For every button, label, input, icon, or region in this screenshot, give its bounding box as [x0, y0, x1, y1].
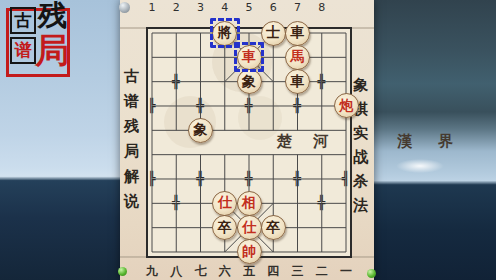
piece-車-black[interactable]: 車: [285, 69, 310, 94]
piece-仕-red[interactable]: 仕: [237, 215, 262, 240]
file-label-top: 7: [290, 1, 306, 14]
file-label-top: 5: [241, 1, 257, 14]
right-caption-char: 象: [352, 73, 369, 97]
seal-char-ju: 局: [35, 32, 69, 69]
file-label-top: 2: [168, 1, 184, 14]
piece-象-black[interactable]: 象: [188, 118, 213, 143]
point-marker: ╬: [169, 75, 183, 89]
seal-char-pu-text: 谱: [15, 42, 32, 59]
point-marker: ╬: [169, 196, 183, 210]
piece-馬-red[interactable]: 馬: [285, 45, 310, 70]
piece-車-black[interactable]: 車: [285, 21, 310, 46]
seal-char-pu: 谱: [10, 37, 36, 64]
right-caption: 象棋实战杀法: [352, 73, 369, 217]
point-marker: ╬: [315, 75, 329, 89]
right-caption-char: 战: [352, 145, 369, 169]
xiangqi-board-panel: ╬╬╠╬╬╬╣╠╬╬╬╣╬╬ 楚河 漢界 12345678 九八七六五四三二一 …: [120, 0, 374, 280]
video-frame: 古 谱 残 局 ╬╬╠╬╬╬╣╠╬╬╬╣╬╬ 楚河 漢界 12345678 九八…: [0, 0, 496, 280]
point-marker: ╬: [291, 99, 305, 113]
piece-炮-red[interactable]: 炮: [334, 93, 359, 118]
seal-char-can: 残: [38, 0, 67, 32]
file-label-bottom: 二: [314, 263, 330, 280]
file-label-bottom: 五: [241, 263, 257, 280]
point-marker: ╠: [145, 99, 159, 113]
left-caption-char: 残: [123, 114, 140, 139]
left-caption-char: 解: [123, 164, 140, 189]
file-label-top: 1: [144, 1, 160, 14]
piece-仕-red[interactable]: 仕: [212, 191, 237, 216]
file-label-top: 8: [314, 1, 330, 14]
seal-char-gu: 古: [10, 7, 36, 34]
point-marker: ╣: [339, 172, 353, 186]
file-label-top: 3: [193, 1, 209, 14]
point-marker: ╬: [315, 196, 329, 210]
piece-象-black[interactable]: 象: [237, 69, 262, 94]
river-label-chu-he: 楚河: [277, 132, 349, 151]
right-caption-char: 法: [352, 193, 369, 217]
file-label-bottom: 九: [144, 263, 160, 280]
selected-point-highlight: [234, 42, 264, 72]
file-label-bottom: 八: [168, 263, 184, 280]
point-marker: ╬: [194, 99, 208, 113]
file-label-bottom: 四: [265, 263, 281, 280]
river-label-han-jie: 漢界: [397, 132, 479, 151]
point-marker: ╬: [242, 99, 256, 113]
file-label-bottom: 七: [193, 263, 209, 280]
file-label-bottom: 六: [217, 263, 233, 280]
left-caption-char: 古: [123, 64, 140, 89]
point-marker: ╬: [242, 172, 256, 186]
file-label-top: 6: [265, 1, 281, 14]
channel-seal-logo: 古 谱 残 局: [5, 4, 91, 86]
left-caption: 古谱残局解说: [123, 64, 140, 214]
file-label-bottom: 三: [290, 263, 306, 280]
piece-相-red[interactable]: 相: [237, 191, 262, 216]
left-caption-char: 谱: [123, 89, 140, 114]
point-marker: ╠: [145, 172, 159, 186]
point-marker: ╬: [291, 172, 305, 186]
file-label-top: 4: [217, 1, 233, 14]
point-marker: ╬: [194, 172, 208, 186]
piece-卒-black[interactable]: 卒: [261, 215, 286, 240]
file-label-bottom: 一: [338, 263, 354, 280]
left-caption-char: 说: [123, 189, 140, 214]
right-caption-char: 实: [352, 121, 369, 145]
piece-士-black[interactable]: 士: [261, 21, 286, 46]
right-caption-char: 杀: [352, 169, 369, 193]
corner-ball-bottom-right: [367, 269, 376, 278]
left-caption-char: 局: [123, 139, 140, 164]
corner-ball-bottom-left: [118, 267, 127, 276]
seal-char-gu-text: 古: [15, 12, 32, 29]
piece-帥-red[interactable]: 帥: [237, 239, 262, 264]
corner-ball-top-left: [119, 2, 130, 13]
